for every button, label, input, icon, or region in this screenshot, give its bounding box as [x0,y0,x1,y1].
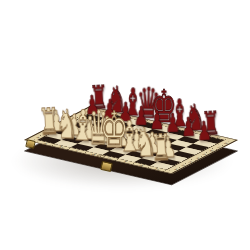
piece-red-pawn-h7: ♟ [196,117,212,144]
brass-hinge-left [25,139,36,149]
chess-set-photo: aa88bb77cc66dd55ee44ff33gg22hh11 ♜♞♟♝♟♛♟… [0,0,250,250]
piece-white-rook-h1: ♜ [150,129,173,166]
piece-red-pawn-g7: ♟ [180,114,196,141]
